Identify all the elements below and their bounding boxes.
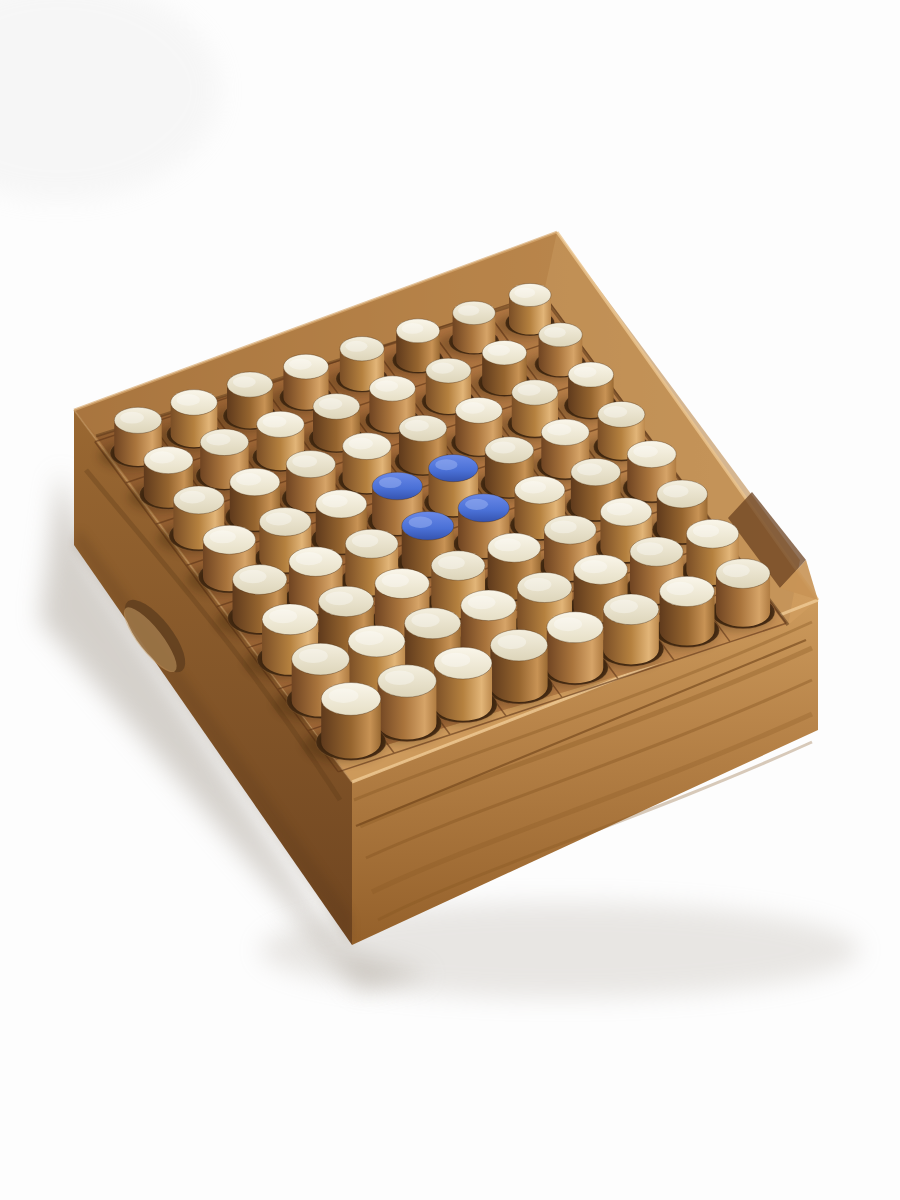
peg-gloss: [236, 473, 261, 485]
peg-gloss: [435, 459, 457, 470]
peg-gloss: [239, 570, 266, 583]
peg-gloss: [266, 513, 292, 526]
peg-gloss: [299, 649, 328, 663]
product-photo: [0, 0, 900, 1200]
peg-gloss: [633, 445, 657, 457]
peg-gloss: [296, 552, 323, 565]
peg-gloss: [269, 609, 297, 623]
peg-gloss: [693, 524, 719, 537]
peg-gloss: [292, 455, 317, 467]
peg-gloss: [319, 398, 342, 410]
peg-gloss: [723, 564, 750, 577]
peg-gloss: [289, 359, 312, 370]
board-scene: [0, 0, 900, 1200]
peg-gloss: [233, 376, 256, 387]
peg-gloss: [498, 635, 527, 649]
peg-gloss: [604, 406, 628, 418]
peg-gloss: [402, 323, 424, 334]
peg-gloss: [263, 416, 287, 428]
peg-gloss: [206, 434, 230, 446]
peg-gloss: [554, 617, 582, 631]
peg-gloss: [409, 516, 432, 527]
peg-gloss: [322, 495, 348, 508]
peg-gloss: [375, 380, 398, 391]
peg-gloss: [431, 363, 454, 374]
peg-gloss: [494, 538, 521, 551]
peg-gloss: [610, 599, 638, 613]
peg-gloss: [458, 305, 479, 316]
peg-gloss: [379, 477, 402, 488]
peg-gloss: [438, 556, 465, 569]
peg-gloss: [176, 394, 199, 406]
peg-gloss: [514, 287, 535, 297]
peg-gloss: [150, 451, 175, 463]
peg-gloss: [518, 384, 541, 395]
peg-gloss: [521, 481, 546, 493]
peg-gloss: [120, 412, 144, 424]
peg-gloss: [465, 499, 488, 510]
peg-gloss: [551, 520, 577, 533]
peg-gloss: [325, 592, 353, 606]
peg-gloss: [580, 560, 607, 573]
peg-gloss: [329, 688, 359, 703]
peg-gloss: [491, 441, 515, 453]
peg-gloss: [461, 402, 485, 414]
peg-gloss: [180, 491, 205, 504]
peg-gloss: [574, 366, 597, 377]
peg-gloss: [355, 631, 384, 645]
peg-gloss: [345, 341, 367, 352]
peg-gloss: [544, 327, 566, 338]
peg-gloss: [405, 420, 429, 432]
peg-gloss: [607, 503, 633, 516]
peg-gloss: [577, 463, 602, 475]
peg-gloss: [385, 670, 414, 685]
peg-gloss: [663, 485, 688, 498]
peg-gloss: [468, 595, 496, 609]
peg-gloss: [637, 542, 664, 555]
peg-gloss: [524, 578, 551, 592]
peg-gloss: [441, 653, 470, 667]
peg-gloss: [352, 534, 378, 547]
peg-gloss: [488, 345, 510, 356]
peg-gloss: [349, 438, 373, 450]
peg-gloss: [411, 613, 439, 627]
peg-gloss: [547, 424, 571, 436]
peg-gloss: [210, 530, 236, 543]
peg-gloss: [666, 582, 693, 596]
peg-gloss: [382, 574, 409, 588]
